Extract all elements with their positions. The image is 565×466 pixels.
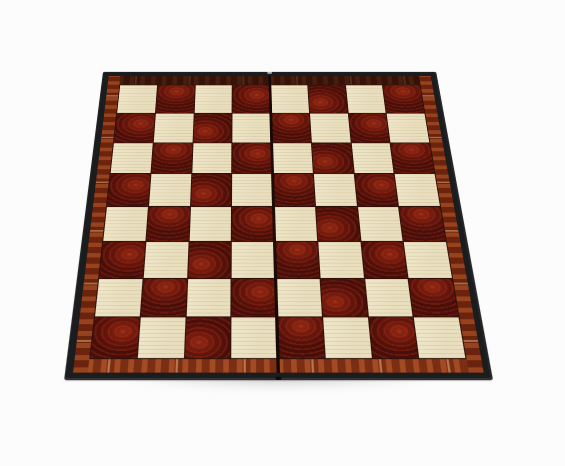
square-h5 — [394, 174, 439, 206]
square-f4 — [315, 207, 359, 241]
square-f7 — [309, 113, 349, 142]
square-h3 — [403, 242, 451, 278]
square-b2 — [140, 279, 186, 317]
square-c5 — [190, 174, 231, 206]
square-d5 — [232, 174, 273, 206]
square-c3 — [187, 242, 230, 278]
square-f6 — [311, 143, 353, 173]
square-d4 — [232, 207, 274, 241]
square-e4 — [274, 207, 317, 241]
square-a2 — [95, 279, 142, 317]
chess-board — [80, 19, 466, 394]
square-b3 — [143, 242, 188, 278]
square-g3 — [360, 242, 407, 278]
square-c2 — [186, 279, 231, 317]
square-c1 — [184, 318, 230, 359]
square-h4 — [399, 207, 445, 241]
square-a7 — [113, 113, 154, 142]
square-b6 — [151, 143, 192, 173]
square-h6 — [390, 143, 434, 173]
square-e7 — [271, 113, 310, 142]
square-e1 — [277, 318, 324, 359]
square-b1 — [137, 318, 185, 359]
square-b7 — [153, 113, 193, 142]
square-d8 — [232, 85, 270, 112]
square-b4 — [146, 207, 189, 241]
square-e2 — [276, 279, 322, 317]
square-f1 — [322, 318, 370, 359]
square-d7 — [232, 113, 271, 142]
square-e5 — [273, 174, 315, 206]
square-a6 — [110, 143, 152, 173]
square-e3 — [275, 242, 319, 278]
square-a4 — [103, 207, 147, 241]
board-frame — [64, 72, 493, 380]
square-b5 — [148, 174, 190, 206]
square-c6 — [191, 143, 231, 173]
square-a5 — [107, 174, 150, 206]
square-d6 — [232, 143, 272, 173]
square-d1 — [231, 318, 277, 359]
square-h2 — [408, 279, 458, 317]
square-b8 — [155, 85, 194, 112]
square-f8 — [307, 85, 346, 112]
square-d3 — [231, 242, 274, 278]
square-f3 — [318, 242, 363, 278]
square-c4 — [189, 207, 231, 241]
square-g4 — [357, 207, 402, 241]
square-g7 — [348, 113, 389, 142]
fold-notch-bottom — [275, 377, 281, 380]
square-g5 — [354, 174, 398, 206]
square-g2 — [364, 279, 412, 317]
square-h7 — [386, 113, 428, 142]
square-f5 — [313, 174, 356, 206]
square-c7 — [193, 113, 232, 142]
square-a8 — [117, 85, 157, 112]
square-a1 — [90, 318, 139, 359]
square-d2 — [231, 279, 275, 317]
fold-notch-top — [267, 72, 272, 74]
square-h1 — [414, 318, 465, 359]
square-e8 — [270, 85, 308, 112]
square-g1 — [368, 318, 418, 359]
square-c8 — [194, 85, 232, 112]
photo-background — [0, 0, 565, 466]
square-f2 — [320, 279, 367, 317]
square-g6 — [351, 143, 394, 173]
square-a3 — [99, 242, 145, 278]
square-h8 — [383, 85, 424, 112]
square-e6 — [272, 143, 313, 173]
square-g8 — [345, 85, 385, 112]
